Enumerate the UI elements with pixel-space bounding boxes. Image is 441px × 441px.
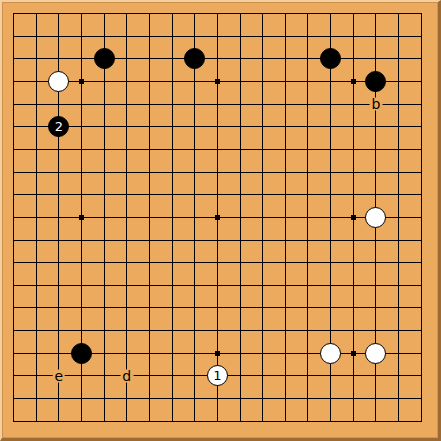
star-point [215,215,220,220]
go-board: 21bde [0,0,441,441]
grid-line-vertical [240,13,241,422]
star-point [351,215,356,220]
grid-line-horizontal [13,307,422,308]
grid-line-horizontal [13,421,422,422]
grid-line-horizontal [13,285,422,286]
grid-line-vertical [421,13,422,422]
point-label-d[interactable]: d [120,369,133,382]
white-stone[interactable] [48,71,69,92]
black-stone[interactable] [365,71,386,92]
point-label-b[interactable]: b [369,98,382,111]
grid-line-horizontal [13,330,422,331]
grid-line-vertical [307,13,308,422]
star-point [351,79,356,84]
point-label-e[interactable]: e [52,369,65,382]
grid-line-vertical [398,13,399,422]
grid-line-horizontal [13,398,422,399]
grid-line-vertical [262,13,263,422]
white-stone[interactable] [320,343,341,364]
grid-line-horizontal [13,240,422,241]
star-point [79,215,84,220]
white-stone[interactable] [365,343,386,364]
black-stone[interactable] [94,48,115,69]
star-point [351,351,356,356]
black-stone-move-2[interactable]: 2 [48,116,69,137]
star-point [215,351,220,356]
black-stone[interactable] [71,343,92,364]
star-point [215,79,220,84]
black-stone[interactable] [184,48,205,69]
white-stone[interactable] [365,207,386,228]
black-stone[interactable] [320,48,341,69]
grid-line-horizontal [13,262,422,263]
white-stone-move-1[interactable]: 1 [207,365,228,386]
grid-line-vertical [285,13,286,422]
star-point [79,79,84,84]
